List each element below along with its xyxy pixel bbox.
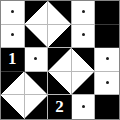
empty-cell-r1c0[interactable] [1, 25, 25, 49]
black-cell-r4c4 [95, 95, 119, 119]
empty-cell-r3c4[interactable] [95, 72, 119, 96]
empty-cell-dot-icon [11, 33, 14, 36]
clue-cell-r2c0: 1 [1, 48, 25, 72]
clue-cell-r4c2: 2 [48, 95, 72, 119]
triangle-cell-r0c2[interactable] [48, 1, 72, 25]
empty-cell-dot-icon [11, 10, 14, 13]
triangle-cell-r0c1[interactable] [25, 1, 49, 25]
triangle-cell-r1c1[interactable] [25, 25, 49, 49]
triangle-cell-r4c1[interactable] [25, 95, 49, 119]
triangle-cell-r1c2[interactable] [48, 25, 72, 49]
triangle-cell-r3c1[interactable] [25, 72, 49, 96]
empty-cell-r0c0[interactable] [1, 1, 25, 25]
empty-cell-dot-icon [82, 105, 85, 108]
empty-cell-r1c3[interactable] [72, 25, 96, 49]
empty-cell-r2c1[interactable] [25, 48, 49, 72]
triangle-cell-r3c3[interactable] [72, 72, 96, 96]
triangle-cell-r3c0[interactable] [1, 72, 25, 96]
empty-cell-dot-icon [82, 10, 85, 13]
black-cell-r0c4 [95, 1, 119, 25]
shakashaka-board: 12 [0, 0, 120, 120]
empty-cell-r4c3[interactable] [72, 95, 96, 119]
empty-cell-dot-icon [106, 81, 109, 84]
triangle-cell-r2c2[interactable] [48, 48, 72, 72]
empty-cell-dot-icon [34, 57, 37, 60]
black-cell-r1c4 [95, 25, 119, 49]
empty-cell-r2c4[interactable] [95, 48, 119, 72]
triangle-cell-r2c3[interactable] [72, 48, 96, 72]
triangle-cell-r3c2[interactable] [48, 72, 72, 96]
empty-cell-dot-icon [82, 33, 85, 36]
triangle-cell-r4c0[interactable] [1, 95, 25, 119]
empty-cell-dot-icon [106, 57, 109, 60]
empty-cell-r0c3[interactable] [72, 1, 96, 25]
